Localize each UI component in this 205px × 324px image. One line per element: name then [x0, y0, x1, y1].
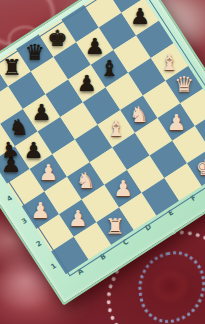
chess-photo-scene: 8♜♛♚7♟♟6♞♟♟♝5♟♟♝4♟♝♞♛3♟♞♟2♟♟1♜♚ABCDEFGH …: [0, 0, 205, 324]
carpet-paisley-bottomright-core: [150, 268, 190, 304]
